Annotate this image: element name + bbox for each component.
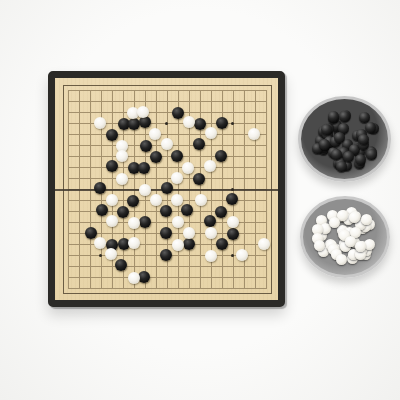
grid-line bbox=[68, 277, 267, 278]
black-stone[interactable] bbox=[160, 205, 172, 217]
black-stone[interactable] bbox=[127, 195, 139, 207]
white-stone[interactable] bbox=[105, 248, 117, 260]
white-stone[interactable] bbox=[139, 184, 151, 196]
black-stone[interactable] bbox=[106, 160, 118, 172]
white-stone[interactable] bbox=[205, 127, 217, 139]
white-stone[interactable] bbox=[149, 128, 161, 140]
black-stone[interactable] bbox=[181, 204, 193, 216]
white-stone[interactable] bbox=[128, 217, 140, 229]
white-stone[interactable] bbox=[258, 238, 270, 250]
white-stone[interactable] bbox=[116, 150, 128, 162]
black-stone[interactable] bbox=[139, 116, 151, 128]
black-bowl-stone[interactable] bbox=[343, 151, 354, 162]
black-stone[interactable] bbox=[216, 238, 228, 250]
black-stone[interactable] bbox=[160, 227, 172, 239]
white-stone[interactable] bbox=[204, 160, 216, 172]
star-point bbox=[99, 254, 102, 257]
white-bowl-stone[interactable] bbox=[349, 212, 360, 223]
black-stone[interactable] bbox=[150, 151, 162, 163]
black-stone[interactable] bbox=[183, 238, 195, 250]
white-stone[interactable] bbox=[161, 138, 173, 150]
star-point bbox=[165, 122, 168, 125]
black-bowl-stone[interactable] bbox=[355, 154, 366, 165]
white-stone[interactable] bbox=[172, 216, 184, 228]
white-stone[interactable] bbox=[183, 227, 195, 239]
grid-line bbox=[68, 266, 267, 267]
star-point bbox=[231, 188, 234, 191]
black-stone[interactable] bbox=[226, 193, 238, 205]
black-stone[interactable] bbox=[128, 118, 140, 130]
white-stone[interactable] bbox=[128, 272, 140, 284]
black-bowl-stone[interactable] bbox=[366, 149, 377, 160]
black-stone[interactable] bbox=[140, 140, 152, 152]
star-point bbox=[231, 122, 234, 125]
white-stone[interactable] bbox=[171, 194, 183, 206]
black-stone[interactable] bbox=[160, 249, 172, 261]
white-stone[interactable] bbox=[150, 194, 162, 206]
black-bowl-stone[interactable] bbox=[331, 149, 342, 160]
black-stone[interactable] bbox=[96, 204, 108, 216]
black-stone[interactable] bbox=[194, 118, 206, 130]
white-stone[interactable] bbox=[94, 237, 106, 249]
black-stone[interactable] bbox=[138, 271, 150, 283]
black-stone[interactable] bbox=[106, 129, 118, 141]
white-stone[interactable] bbox=[195, 194, 207, 206]
white-stone[interactable] bbox=[137, 106, 149, 118]
black-stone[interactable] bbox=[216, 117, 228, 129]
white-stone[interactable] bbox=[172, 239, 184, 251]
black-stone[interactable] bbox=[193, 173, 205, 185]
white-stone[interactable] bbox=[205, 250, 217, 262]
white-bowl-stone[interactable] bbox=[336, 254, 347, 265]
black-stone[interactable] bbox=[172, 107, 184, 119]
go-set-scene bbox=[0, 0, 400, 400]
white-stone[interactable] bbox=[205, 227, 217, 239]
black-stone[interactable] bbox=[215, 150, 227, 162]
black-stone[interactable] bbox=[204, 215, 216, 227]
white-stone[interactable] bbox=[94, 117, 106, 129]
white-stone[interactable] bbox=[182, 162, 194, 174]
black-bowl-stone[interactable] bbox=[336, 161, 347, 172]
white-bowl-stone[interactable] bbox=[364, 239, 375, 250]
grid-line bbox=[68, 288, 267, 289]
black-stone[interactable] bbox=[139, 216, 151, 228]
black-stone[interactable] bbox=[171, 150, 183, 162]
black-stone[interactable] bbox=[227, 228, 239, 240]
star-point bbox=[231, 254, 234, 257]
white-stone[interactable] bbox=[236, 249, 248, 261]
black-bowl-stone[interactable] bbox=[339, 111, 350, 122]
black-stone[interactable] bbox=[117, 206, 129, 218]
black-stone[interactable] bbox=[115, 259, 127, 271]
black-stone[interactable] bbox=[161, 182, 173, 194]
black-stone[interactable] bbox=[85, 227, 97, 239]
black-stone[interactable] bbox=[138, 162, 150, 174]
white-stone[interactable] bbox=[116, 173, 128, 185]
black-bowl-stone[interactable] bbox=[359, 112, 370, 123]
white-stone[interactable] bbox=[248, 128, 260, 140]
white-stone[interactable] bbox=[106, 194, 118, 206]
go-board[interactable] bbox=[48, 71, 285, 307]
white-stone[interactable] bbox=[183, 116, 195, 128]
white-stone-bowl[interactable] bbox=[300, 196, 390, 278]
white-stone[interactable] bbox=[106, 215, 118, 227]
black-stone[interactable] bbox=[94, 182, 106, 194]
white-stone[interactable] bbox=[227, 216, 239, 228]
black-stone-bowl[interactable] bbox=[298, 96, 391, 182]
go-board-surface[interactable] bbox=[55, 78, 278, 300]
black-bowl-stone[interactable] bbox=[321, 124, 332, 135]
white-stone[interactable] bbox=[171, 172, 183, 184]
black-stone[interactable] bbox=[193, 138, 205, 150]
black-stone[interactable] bbox=[215, 206, 227, 218]
white-bowl-stone[interactable] bbox=[361, 214, 372, 225]
white-stone[interactable] bbox=[128, 237, 140, 249]
